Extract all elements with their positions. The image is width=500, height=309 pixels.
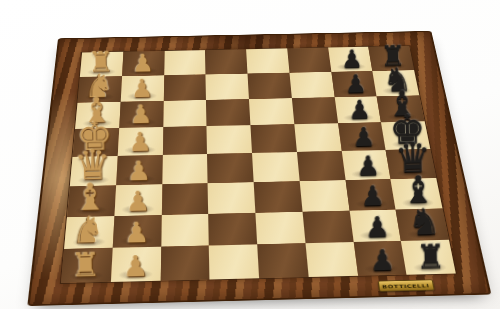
square-d4[interactable] [207, 153, 253, 183]
piece-wP-d2[interactable]: ♟ [115, 156, 162, 184]
piece-wP-c2[interactable]: ♟ [114, 186, 162, 214]
square-a3[interactable] [160, 245, 209, 280]
square-b3[interactable] [161, 213, 209, 246]
square-e2[interactable]: ♟ [118, 127, 163, 156]
square-b5[interactable] [255, 211, 305, 244]
square-a5[interactable] [257, 243, 308, 278]
square-a2[interactable]: ♟ [111, 246, 161, 281]
square-h7[interactable]: ♟ [328, 46, 373, 71]
piece-bP-d7[interactable]: ♟ [344, 151, 390, 179]
square-c4[interactable] [208, 182, 256, 214]
square-d5[interactable] [252, 152, 299, 182]
square-c7[interactable]: ♟ [345, 178, 396, 209]
piece-wP-e2[interactable]: ♟ [117, 128, 162, 155]
square-h4[interactable] [205, 49, 247, 74]
square-e5[interactable] [250, 124, 296, 153]
square-g4[interactable] [206, 73, 249, 99]
square-d2[interactable]: ♟ [116, 154, 162, 184]
square-f2[interactable]: ♟ [119, 100, 163, 127]
square-d3[interactable] [162, 153, 208, 183]
square-b6[interactable] [302, 210, 353, 243]
board-grid: ♜♟♟♜♞♟♟♞♝♟♟♝♚♟♟♚♛♟♟♛♝♟♟♝♞♟♟♞♜♟♟♜ [60, 45, 457, 283]
square-e3[interactable] [162, 126, 207, 155]
square-b1[interactable]: ♞ [64, 215, 114, 248]
square-e7[interactable]: ♟ [338, 122, 386, 151]
square-b2[interactable]: ♟ [112, 214, 161, 247]
square-c5[interactable] [254, 181, 303, 213]
square-h2[interactable]: ♟ [122, 50, 164, 75]
piece-bN-b8[interactable]: ♞ [400, 202, 449, 240]
square-b7[interactable]: ♟ [349, 209, 401, 242]
square-g5[interactable] [247, 72, 291, 98]
piece-wP-b2[interactable]: ♟ [112, 218, 161, 247]
square-b4[interactable] [208, 212, 257, 245]
square-h6[interactable] [287, 47, 331, 72]
square-a1[interactable]: ♜ [61, 247, 113, 282]
square-g3[interactable] [163, 74, 206, 100]
square-f5[interactable] [249, 97, 294, 124]
square-e4[interactable] [207, 125, 252, 154]
piece-wN-b1[interactable]: ♞ [63, 210, 112, 248]
piece-bP-b7[interactable]: ♟ [353, 212, 401, 241]
piece-wP-a2[interactable]: ♟ [110, 251, 160, 281]
piece-bP-e7[interactable]: ♟ [341, 123, 386, 150]
square-f3[interactable] [163, 99, 207, 126]
square-c3[interactable] [161, 183, 208, 215]
square-g7[interactable]: ♟ [331, 70, 377, 96]
piece-bP-f7[interactable]: ♟ [337, 96, 381, 122]
square-h5[interactable] [246, 48, 289, 73]
square-h3[interactable] [164, 50, 206, 75]
square-g2[interactable]: ♟ [120, 75, 163, 101]
square-a6[interactable] [305, 242, 357, 277]
square-e6[interactable] [294, 123, 341, 152]
square-g6[interactable] [289, 71, 334, 97]
piece-bP-c7[interactable]: ♟ [348, 181, 395, 209]
square-a4[interactable] [209, 244, 259, 279]
square-a7[interactable]: ♟ [353, 241, 407, 276]
chess-board: ♜♟♟♜♞♟♟♞♝♟♟♝♚♟♟♚♛♟♟♛♝♟♟♝♞♟♟♞♜♟♟♜ BOTTICE… [27, 30, 491, 305]
brand-plaque: BOTTICELLI [377, 279, 434, 291]
piece-bR-a8[interactable]: ♜ [406, 239, 456, 273]
square-b8[interactable]: ♞ [396, 208, 449, 241]
piece-bP-h7[interactable]: ♟ [330, 46, 372, 71]
chess-board-photo: ♜♟♟♜♞♟♟♞♝♟♟♝♚♟♟♚♛♟♟♛♝♟♟♝♞♟♟♞♜♟♟♜ BOTTICE… [0, 0, 500, 309]
square-c6[interactable] [299, 179, 349, 210]
piece-wP-g2[interactable]: ♟ [120, 75, 163, 101]
square-d7[interactable]: ♟ [341, 150, 390, 180]
piece-bP-g7[interactable]: ♟ [334, 70, 377, 96]
piece-bP-a7[interactable]: ♟ [357, 245, 407, 275]
piece-wR-a1[interactable]: ♜ [60, 247, 110, 281]
square-a8[interactable]: ♜ [401, 239, 456, 274]
square-f4[interactable] [206, 98, 250, 125]
square-f6[interactable] [292, 97, 338, 124]
piece-wP-h2[interactable]: ♟ [121, 50, 163, 75]
piece-wP-f2[interactable]: ♟ [119, 101, 163, 127]
square-d6[interactable] [297, 151, 345, 181]
square-c2[interactable]: ♟ [114, 184, 162, 216]
square-f7[interactable]: ♟ [334, 96, 381, 123]
